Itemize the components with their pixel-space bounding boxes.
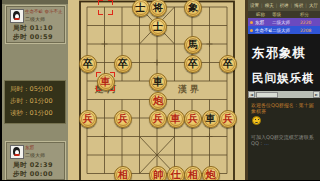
table-row[interactable]: 生命不歇 二级大师 2208	[248, 26, 320, 34]
black-piece-士[interactable]: 士	[132, 0, 150, 17]
last-move-marker	[108, 10, 113, 15]
self-rank: 二级大师	[25, 152, 65, 158]
chat-link[interactable]: …	[264, 140, 269, 146]
player-icon	[250, 21, 253, 24]
table-row[interactable]: 东邪 二级大师 2220	[248, 18, 320, 26]
last-move-marker	[98, 0, 103, 5]
last-move-marker	[110, 72, 115, 77]
time-rules-box: 局时：05分00 步时：01分00 读秒：01分00	[4, 80, 66, 124]
smiley-emoji-icon	[252, 116, 261, 125]
right-sidebar: 设置 | 聊天 | 棋谱 | 悔棋 | 大厅 昵称 等级 积分 东邪 二级大师 …	[248, 0, 320, 180]
red-piece-相[interactable]: 相	[114, 166, 132, 181]
black-piece-車[interactable]: 車	[149, 73, 167, 91]
menu-item-settings[interactable]: 设置	[250, 3, 259, 8]
rule-game-time: 局时：05分00	[10, 85, 53, 94]
menu-item-chat[interactable]: 聊天	[265, 3, 274, 8]
banner-subtitle: 民间娱乐棋	[252, 71, 315, 86]
red-piece-帥[interactable]: 帥	[149, 166, 167, 181]
black-piece-卒[interactable]: 卒	[79, 55, 97, 73]
self-player-card: 东邪 二级大师 局时 02:39 步时 00:00	[5, 141, 66, 180]
red-piece-炮[interactable]: 炮	[149, 92, 167, 110]
chat-message: 可加入QQ群交流棋艺请联系QQ：…	[251, 134, 317, 146]
xiangqi-board[interactable]: 楚河 漢界 士将象士馬卒卒卒卒車車炮兵兵兵車兵車兵相帥仕相炮	[68, 0, 245, 180]
scroll-left-arrow-icon[interactable]: ◄	[248, 91, 255, 98]
room-menu-bar: 设置 | 聊天 | 棋谱 | 悔棋 | 大厅	[248, 0, 320, 11]
col-rank: 等级	[272, 12, 300, 17]
player-table-header: 昵称 等级 积分	[248, 11, 320, 18]
red-piece-兵[interactable]: 兵	[79, 110, 97, 128]
black-piece-士[interactable]: 士	[149, 18, 167, 36]
opponent-player-card: 生命不歇 奋斗不止 二级大师 局时 01:10 步时 00:59	[5, 5, 66, 44]
penguin-avatar-icon	[13, 11, 20, 20]
menu-item-record[interactable]: 棋谱	[280, 3, 289, 8]
self-move-time: 步时 00:00	[13, 170, 53, 179]
red-piece-車[interactable]: 車	[167, 110, 185, 128]
opponent-game-time: 局时 01:10	[13, 24, 53, 33]
red-piece-仕[interactable]: 仕	[167, 166, 185, 181]
black-piece-卒[interactable]: 卒	[184, 55, 202, 73]
col-nickname: 昵称	[256, 12, 272, 17]
black-piece-卒[interactable]: 卒	[114, 55, 132, 73]
opponent-avatar	[10, 9, 24, 23]
self-game-time: 局时 02:39	[13, 161, 53, 170]
last-move-marker	[110, 86, 115, 91]
last-move-marker	[96, 86, 101, 91]
red-piece-相[interactable]: 相	[184, 166, 202, 181]
last-move-marker	[108, 0, 113, 5]
chat-scrollbar[interactable]: ◄ ►	[248, 91, 320, 98]
scrollbar-thumb[interactable]	[256, 92, 278, 98]
chat-area[interactable]: 欢迎各位QQ群报名：第十届象棋赛 可加入QQ群交流棋艺请联系QQ：…	[248, 98, 320, 180]
river-label-han: 漢界	[178, 83, 202, 96]
opponent-name: 生命不歇 奋斗不止	[25, 9, 65, 15]
black-piece-卒[interactable]: 卒	[219, 55, 237, 73]
player-icon	[250, 29, 253, 32]
rule-move-time: 步时：01分00	[10, 97, 53, 106]
opponent-move-time: 步时 00:59	[13, 33, 53, 42]
col-score: 积分	[300, 12, 309, 17]
penguin-avatar-icon	[13, 147, 20, 156]
menu-item-undo[interactable]: 悔棋	[294, 3, 303, 8]
banner-title: 东邪象棋	[252, 45, 306, 62]
red-piece-兵[interactable]: 兵	[184, 110, 202, 128]
room-banner: 东邪象棋 民间娱乐棋	[248, 34, 320, 91]
black-piece-車[interactable]: 車	[202, 110, 220, 128]
self-name: 东邪	[25, 145, 65, 151]
xiangqi-app-window: 生命不歇 奋斗不止 二级大师 局时 01:10 步时 00:59 局时：05分0…	[0, 0, 320, 180]
rule-byoyomi: 读秒：01分00	[10, 109, 53, 118]
scroll-right-arrow-icon[interactable]: ►	[313, 91, 320, 98]
red-piece-兵[interactable]: 兵	[114, 110, 132, 128]
menu-item-lobby[interactable]: 大厅	[309, 3, 318, 8]
left-sidebar: 生命不歇 奋斗不止 二级大师 局时 01:10 步时 00:59 局时：05分0…	[2, 0, 68, 180]
black-piece-馬[interactable]: 馬	[184, 36, 202, 54]
last-move-marker	[98, 10, 103, 15]
chat-message: 欢迎各位QQ群报名：第十届象棋赛	[251, 102, 317, 114]
red-piece-兵[interactable]: 兵	[219, 110, 237, 128]
left-top-strip	[2, 0, 68, 4]
red-piece-兵[interactable]: 兵	[149, 110, 167, 128]
opponent-rank: 二级大师	[25, 16, 65, 22]
self-avatar	[10, 145, 24, 159]
last-move-marker	[96, 72, 101, 77]
red-piece-炮[interactable]: 炮	[202, 166, 220, 181]
